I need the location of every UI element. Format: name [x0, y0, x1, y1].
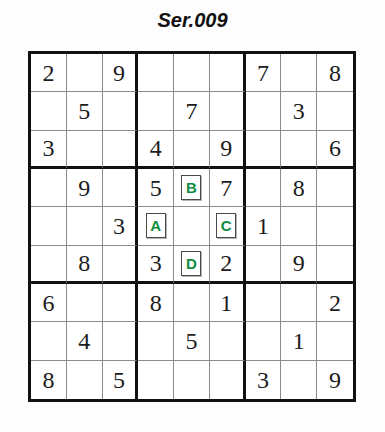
- cell-r1c3[interactable]: 9: [103, 54, 139, 92]
- given-digit: 8: [293, 176, 305, 200]
- given-digit: 1: [220, 291, 232, 315]
- cell-r3c5[interactable]: [174, 131, 210, 169]
- given-digit: 3: [150, 251, 162, 275]
- cell-r3c4[interactable]: 4: [138, 131, 174, 169]
- cell-r7c6[interactable]: 1: [210, 284, 246, 322]
- label-letter: B: [186, 180, 197, 195]
- given-digit: 7: [257, 61, 269, 85]
- given-digit: 8: [150, 291, 162, 315]
- given-digit: 3: [42, 136, 54, 160]
- cell-r5c5[interactable]: [174, 207, 210, 245]
- cell-r9c1[interactable]: 8: [31, 361, 67, 399]
- cell-r8c5[interactable]: 5: [174, 322, 210, 360]
- given-digit: 8: [42, 368, 54, 392]
- cell-r8c8[interactable]: 1: [281, 322, 317, 360]
- cell-r6c2[interactable]: 8: [67, 246, 103, 284]
- cell-r4c2[interactable]: 9: [67, 169, 103, 207]
- cell-r8c6[interactable]: [210, 322, 246, 360]
- cell-r3c8[interactable]: [281, 131, 317, 169]
- cell-r9c4[interactable]: [138, 361, 174, 399]
- cell-r4c9[interactable]: [317, 169, 353, 207]
- cell-r9c8[interactable]: [281, 361, 317, 399]
- cell-r1c4[interactable]: [138, 54, 174, 92]
- cell-r5c8[interactable]: [281, 207, 317, 245]
- cell-r6c4[interactable]: 3: [138, 246, 174, 284]
- given-digit: 1: [257, 214, 269, 238]
- cell-r8c4[interactable]: [138, 322, 174, 360]
- cell-r2c2[interactable]: 5: [67, 92, 103, 130]
- label-letter: D: [186, 256, 197, 271]
- given-digit: 3: [293, 99, 305, 123]
- given-digit: 7: [185, 99, 197, 123]
- cell-r2c6[interactable]: [210, 92, 246, 130]
- given-digit: 9: [78, 176, 90, 200]
- given-digit: 4: [78, 329, 90, 353]
- label-box-a: A: [146, 213, 166, 238]
- cell-r5c1[interactable]: [31, 207, 67, 245]
- given-digit: 9: [293, 251, 305, 275]
- cell-r6c9[interactable]: [317, 246, 353, 284]
- cell-r4c8[interactable]: 8: [281, 169, 317, 207]
- given-digit: 3: [257, 368, 269, 392]
- cell-r4c3[interactable]: [103, 169, 139, 207]
- cell-r4c4[interactable]: 5: [138, 169, 174, 207]
- cell-r7c2[interactable]: [67, 284, 103, 322]
- cell-r6c1[interactable]: [31, 246, 67, 284]
- cell-r7c3[interactable]: [103, 284, 139, 322]
- given-digit: 6: [329, 136, 341, 160]
- cell-r9c9[interactable]: 9: [317, 361, 353, 399]
- cell-r2c9[interactable]: [317, 92, 353, 130]
- label-letter: C: [221, 218, 232, 233]
- cell-r2c1[interactable]: [31, 92, 67, 130]
- page-title: Ser.009: [0, 9, 385, 32]
- given-digit: 9: [220, 136, 232, 160]
- cell-r3c7[interactable]: [246, 131, 282, 169]
- cell-r8c3[interactable]: [103, 322, 139, 360]
- given-digit: 8: [329, 61, 341, 85]
- label-box-d: D: [181, 251, 201, 276]
- given-digit: 9: [113, 61, 125, 85]
- given-digit: 5: [150, 176, 162, 200]
- given-digit: 2: [220, 251, 232, 275]
- cell-r6c6[interactable]: 2: [210, 246, 246, 284]
- given-digit: 9: [329, 368, 341, 392]
- given-digit: 5: [185, 329, 197, 353]
- cell-r1c6[interactable]: [210, 54, 246, 92]
- cell-r6c3[interactable]: [103, 246, 139, 284]
- cell-r7c8[interactable]: [281, 284, 317, 322]
- cell-r1c8[interactable]: [281, 54, 317, 92]
- cell-r4c5[interactable]: B: [174, 169, 210, 207]
- given-digit: 2: [329, 291, 341, 315]
- cell-r5c9[interactable]: [317, 207, 353, 245]
- cell-r8c9[interactable]: [317, 322, 353, 360]
- cell-r9c5[interactable]: [174, 361, 210, 399]
- cell-r5c3[interactable]: 3: [103, 207, 139, 245]
- given-digit: 7: [220, 176, 232, 200]
- cell-r1c5[interactable]: [174, 54, 210, 92]
- cell-r8c7[interactable]: [246, 322, 282, 360]
- cell-r1c7[interactable]: 7: [246, 54, 282, 92]
- cell-r6c5[interactable]: D: [174, 246, 210, 284]
- given-digit: 8: [78, 251, 90, 275]
- cell-r4c7[interactable]: [246, 169, 282, 207]
- given-digit: 3: [113, 214, 125, 238]
- sudoku-board: 2978573349695B783AC183D2968124518539: [28, 51, 356, 402]
- cell-r9c6[interactable]: [210, 361, 246, 399]
- cell-r7c9[interactable]: 2: [317, 284, 353, 322]
- cell-r5c2[interactable]: [67, 207, 103, 245]
- cell-r6c8[interactable]: 9: [281, 246, 317, 284]
- cell-r9c3[interactable]: 5: [103, 361, 139, 399]
- cell-r2c4[interactable]: [138, 92, 174, 130]
- cell-r6c7[interactable]: [246, 246, 282, 284]
- cell-r5c7[interactable]: 1: [246, 207, 282, 245]
- label-letter: A: [150, 218, 161, 233]
- cell-r8c2[interactable]: 4: [67, 322, 103, 360]
- cell-r8c1[interactable]: [31, 322, 67, 360]
- cell-r3c9[interactable]: 6: [317, 131, 353, 169]
- cell-r3c1[interactable]: 3: [31, 131, 67, 169]
- label-box-c: C: [216, 213, 236, 238]
- cell-r2c3[interactable]: [103, 92, 139, 130]
- given-digit: 5: [113, 368, 125, 392]
- cell-r2c8[interactable]: 3: [281, 92, 317, 130]
- given-digit: 1: [293, 329, 305, 353]
- cell-r5c4[interactable]: A: [138, 207, 174, 245]
- cell-r4c6[interactable]: 7: [210, 169, 246, 207]
- given-digit: 2: [42, 61, 54, 85]
- cell-r3c2[interactable]: [67, 131, 103, 169]
- cell-r2c7[interactable]: [246, 92, 282, 130]
- given-digit: 6: [42, 291, 54, 315]
- cell-r3c6[interactable]: 9: [210, 131, 246, 169]
- cell-r7c5[interactable]: [174, 284, 210, 322]
- cell-r9c7[interactable]: 3: [246, 361, 282, 399]
- cell-r1c9[interactable]: 8: [317, 54, 353, 92]
- cell-r2c5[interactable]: 7: [174, 92, 210, 130]
- cell-r5c6[interactable]: C: [210, 207, 246, 245]
- cell-r7c7[interactable]: [246, 284, 282, 322]
- given-digit: 4: [150, 136, 162, 160]
- cell-r9c2[interactable]: [67, 361, 103, 399]
- cell-r7c1[interactable]: 6: [31, 284, 67, 322]
- cell-r1c2[interactable]: [67, 54, 103, 92]
- label-box-b: B: [181, 175, 201, 200]
- cell-r4c1[interactable]: [31, 169, 67, 207]
- cell-r3c3[interactable]: [103, 131, 139, 169]
- cell-r7c4[interactable]: 8: [138, 284, 174, 322]
- cell-r1c1[interactable]: 2: [31, 54, 67, 92]
- given-digit: 5: [78, 99, 90, 123]
